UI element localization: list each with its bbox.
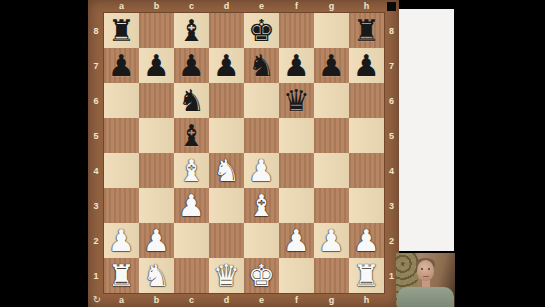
square-c5[interactable]: ♝ [174, 118, 209, 153]
black-pawn-h7: ♟ [349, 48, 384, 83]
move-list-panel [399, 9, 454, 251]
square-c7[interactable]: ♟ [174, 48, 209, 83]
file-label-b: b [139, 0, 174, 13]
rank-label-6: 6 [384, 83, 399, 118]
square-f6[interactable]: ♛ [279, 83, 314, 118]
webcam-presenter-shirt [397, 287, 454, 307]
square-c8[interactable]: ♝ [174, 13, 209, 48]
square-e5[interactable] [244, 118, 279, 153]
square-g8[interactable] [314, 13, 349, 48]
board-squares: ♜♝♚♜♟♟♟♟♞♟♟♟♞♛♝♝♞♟♟♝♟♟♟♟♟♜♞♛♚♜ [104, 13, 384, 293]
file-label-f: f [279, 0, 314, 13]
black-pawn-g7: ♟ [314, 48, 349, 83]
rank-label-6: 6 [88, 83, 104, 118]
chess-board: ↻ abcdefgh abcdefgh 87654321 87654321 ♜♝… [88, 0, 399, 307]
rank-label-8: 8 [88, 13, 104, 48]
square-b7[interactable]: ♟ [139, 48, 174, 83]
file-label-c: c [174, 293, 209, 307]
file-label-a: a [104, 293, 139, 307]
white-knight-b1: ♞ [139, 258, 174, 293]
square-f8[interactable] [279, 13, 314, 48]
square-a8[interactable]: ♜ [104, 13, 139, 48]
file-label-f: f [279, 293, 314, 307]
square-g3[interactable] [314, 188, 349, 223]
white-king-e1: ♚ [244, 258, 279, 293]
square-e4[interactable]: ♟ [244, 153, 279, 188]
square-d2[interactable] [209, 223, 244, 258]
file-label-h: h [349, 0, 384, 13]
square-e6[interactable] [244, 83, 279, 118]
square-b5[interactable] [139, 118, 174, 153]
square-c4[interactable]: ♝ [174, 153, 209, 188]
rank-label-8: 8 [384, 13, 399, 48]
square-d3[interactable] [209, 188, 244, 223]
square-h8[interactable]: ♜ [349, 13, 384, 48]
file-label-d: d [209, 293, 244, 307]
square-h5[interactable] [349, 118, 384, 153]
square-e3[interactable]: ♝ [244, 188, 279, 223]
webcam-presenter-face [417, 260, 434, 281]
square-b3[interactable] [139, 188, 174, 223]
black-bishop-c5: ♝ [174, 118, 209, 153]
black-bishop-c8: ♝ [174, 13, 209, 48]
flip-board-icon[interactable]: ↻ [91, 293, 103, 306]
black-pawn-c7: ♟ [174, 48, 209, 83]
file-label-e: e [244, 0, 279, 13]
square-b2[interactable]: ♟ [139, 223, 174, 258]
square-b4[interactable] [139, 153, 174, 188]
file-label-g: g [314, 0, 349, 13]
square-g4[interactable] [314, 153, 349, 188]
rank-labels-left: 87654321 [88, 13, 104, 293]
square-h6[interactable] [349, 83, 384, 118]
file-label-h: h [349, 293, 384, 307]
white-pawn-c3: ♟ [174, 188, 209, 223]
white-pawn-b2: ♟ [139, 223, 174, 258]
black-pawn-d7: ♟ [209, 48, 244, 83]
square-e1[interactable]: ♚ [244, 258, 279, 293]
black-king-e8: ♚ [244, 13, 279, 48]
rank-labels-right: 87654321 [384, 13, 399, 293]
square-f1[interactable] [279, 258, 314, 293]
square-g6[interactable] [314, 83, 349, 118]
square-a5[interactable] [104, 118, 139, 153]
square-c3[interactable]: ♟ [174, 188, 209, 223]
white-pawn-a2: ♟ [104, 223, 139, 258]
square-c6[interactable]: ♞ [174, 83, 209, 118]
side-to-move-indicator [387, 2, 396, 11]
square-f5[interactable] [279, 118, 314, 153]
square-c1[interactable] [174, 258, 209, 293]
file-label-a: a [104, 0, 139, 13]
black-knight-e7: ♞ [244, 48, 279, 83]
white-pawn-e4: ♟ [244, 153, 279, 188]
square-h3[interactable] [349, 188, 384, 223]
white-pawn-f2: ♟ [279, 223, 314, 258]
square-c2[interactable] [174, 223, 209, 258]
square-a2[interactable]: ♟ [104, 223, 139, 258]
square-b6[interactable] [139, 83, 174, 118]
square-a3[interactable] [104, 188, 139, 223]
square-g7[interactable]: ♟ [314, 48, 349, 83]
square-g5[interactable] [314, 118, 349, 153]
square-f7[interactable]: ♟ [279, 48, 314, 83]
white-rook-h1: ♜ [349, 258, 384, 293]
square-h4[interactable] [349, 153, 384, 188]
square-h1[interactable]: ♜ [349, 258, 384, 293]
file-label-d: d [209, 0, 244, 13]
black-queen-f6: ♛ [279, 83, 314, 118]
webcam-presenter-mouth [423, 276, 429, 277]
square-a4[interactable] [104, 153, 139, 188]
square-g1[interactable] [314, 258, 349, 293]
square-h7[interactable]: ♟ [349, 48, 384, 83]
square-a6[interactable] [104, 83, 139, 118]
white-knight-d4: ♞ [209, 153, 244, 188]
square-e2[interactable] [244, 223, 279, 258]
square-a1[interactable]: ♜ [104, 258, 139, 293]
webcam-presenter-eyes [421, 268, 423, 270]
webcam-overlay [396, 253, 455, 307]
square-d1[interactable]: ♛ [209, 258, 244, 293]
square-d8[interactable] [209, 13, 244, 48]
square-f4[interactable] [279, 153, 314, 188]
black-pawn-a7: ♟ [104, 48, 139, 83]
square-e8[interactable]: ♚ [244, 13, 279, 48]
rank-label-7: 7 [88, 48, 104, 83]
rank-label-3: 3 [384, 188, 399, 223]
square-d5[interactable] [209, 118, 244, 153]
file-label-e: e [244, 293, 279, 307]
white-queen-d1: ♛ [209, 258, 244, 293]
rank-label-5: 5 [384, 118, 399, 153]
black-pawn-b7: ♟ [139, 48, 174, 83]
square-b1[interactable]: ♞ [139, 258, 174, 293]
file-label-b: b [139, 293, 174, 307]
rank-label-3: 3 [88, 188, 104, 223]
white-pawn-g2: ♟ [314, 223, 349, 258]
white-bishop-c4: ♝ [174, 153, 209, 188]
square-f2[interactable]: ♟ [279, 223, 314, 258]
square-g2[interactable]: ♟ [314, 223, 349, 258]
rank-label-4: 4 [88, 153, 104, 188]
file-labels-bottom: abcdefgh [104, 293, 384, 307]
rank-label-4: 4 [384, 153, 399, 188]
black-rook-a8: ♜ [104, 13, 139, 48]
square-d4[interactable]: ♞ [209, 153, 244, 188]
square-b8[interactable] [139, 13, 174, 48]
square-d6[interactable] [209, 83, 244, 118]
square-e7[interactable]: ♞ [244, 48, 279, 83]
square-a7[interactable]: ♟ [104, 48, 139, 83]
white-pawn-h2: ♟ [349, 223, 384, 258]
rank-label-7: 7 [384, 48, 399, 83]
white-rook-a1: ♜ [104, 258, 139, 293]
rank-label-2: 2 [88, 223, 104, 258]
rank-label-1: 1 [88, 258, 104, 293]
file-labels-top: abcdefgh [104, 0, 384, 13]
rank-label-5: 5 [88, 118, 104, 153]
black-knight-c6: ♞ [174, 83, 209, 118]
square-f3[interactable] [279, 188, 314, 223]
black-pawn-f7: ♟ [279, 48, 314, 83]
square-h2[interactable]: ♟ [349, 223, 384, 258]
black-rook-h8: ♜ [349, 13, 384, 48]
white-bishop-e3: ♝ [244, 188, 279, 223]
file-label-c: c [174, 0, 209, 13]
file-label-g: g [314, 293, 349, 307]
square-d7[interactable]: ♟ [209, 48, 244, 83]
